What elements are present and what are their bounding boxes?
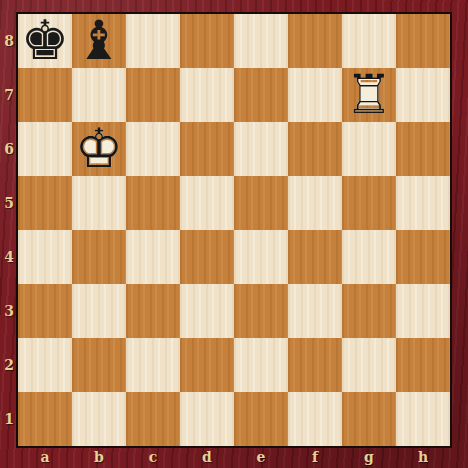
square-c4[interactable]: [126, 230, 180, 284]
white-rook-icon: ♜: [342, 68, 396, 122]
piece-white-rook-g7[interactable]: ♜♖: [342, 68, 396, 122]
square-d8[interactable]: [180, 14, 234, 68]
square-h2[interactable]: [396, 338, 450, 392]
square-f2[interactable]: [288, 338, 342, 392]
square-f8[interactable]: [288, 14, 342, 68]
square-d7[interactable]: [180, 68, 234, 122]
square-h8[interactable]: [396, 14, 450, 68]
square-e7[interactable]: [234, 68, 288, 122]
black-king-icon: ♚: [18, 14, 72, 68]
square-d5[interactable]: [180, 176, 234, 230]
square-c5[interactable]: [126, 176, 180, 230]
chess-board-frame: ♚♝♜♖♚♔ 87654321abcdefgh: [0, 0, 468, 468]
piece-black-king-a8[interactable]: ♚: [18, 14, 72, 68]
square-g2[interactable]: [342, 338, 396, 392]
rank-label-2: 2: [0, 338, 18, 392]
square-e3[interactable]: [234, 284, 288, 338]
file-label-g: g: [342, 446, 396, 468]
chess-board: ♚♝♜♖♚♔: [18, 14, 450, 446]
square-g8[interactable]: [342, 14, 396, 68]
square-b1[interactable]: [72, 392, 126, 446]
black-bishop-icon: ♝: [72, 14, 126, 68]
square-d3[interactable]: [180, 284, 234, 338]
square-d6[interactable]: [180, 122, 234, 176]
square-a3[interactable]: [18, 284, 72, 338]
square-f5[interactable]: [288, 176, 342, 230]
square-e6[interactable]: [234, 122, 288, 176]
file-label-e: e: [234, 446, 288, 468]
square-a7[interactable]: [18, 68, 72, 122]
square-h5[interactable]: [396, 176, 450, 230]
square-g7[interactable]: ♜♖: [342, 68, 396, 122]
rank-label-6: 6: [0, 122, 18, 176]
square-f3[interactable]: [288, 284, 342, 338]
piece-white-king-b6[interactable]: ♚♔: [72, 122, 126, 176]
square-b3[interactable]: [72, 284, 126, 338]
square-c7[interactable]: [126, 68, 180, 122]
square-a6[interactable]: [18, 122, 72, 176]
white-king-icon: ♚: [72, 122, 126, 176]
square-e2[interactable]: [234, 338, 288, 392]
square-b5[interactable]: [72, 176, 126, 230]
square-h3[interactable]: [396, 284, 450, 338]
rank-label-1: 1: [0, 392, 18, 446]
square-a2[interactable]: [18, 338, 72, 392]
square-g6[interactable]: [342, 122, 396, 176]
square-f7[interactable]: [288, 68, 342, 122]
file-label-f: f: [288, 446, 342, 468]
square-g4[interactable]: [342, 230, 396, 284]
rank-label-4: 4: [0, 230, 18, 284]
square-e1[interactable]: [234, 392, 288, 446]
square-a1[interactable]: [18, 392, 72, 446]
square-e8[interactable]: [234, 14, 288, 68]
square-c6[interactable]: [126, 122, 180, 176]
square-h6[interactable]: [396, 122, 450, 176]
square-a8[interactable]: ♚: [18, 14, 72, 68]
square-d1[interactable]: [180, 392, 234, 446]
square-h7[interactable]: [396, 68, 450, 122]
square-b6[interactable]: ♚♔: [72, 122, 126, 176]
square-e4[interactable]: [234, 230, 288, 284]
square-c2[interactable]: [126, 338, 180, 392]
square-a5[interactable]: [18, 176, 72, 230]
square-g1[interactable]: [342, 392, 396, 446]
square-b8[interactable]: ♝: [72, 14, 126, 68]
square-c8[interactable]: [126, 14, 180, 68]
file-label-a: a: [18, 446, 72, 468]
square-b4[interactable]: [72, 230, 126, 284]
rank-label-3: 3: [0, 284, 18, 338]
square-f4[interactable]: [288, 230, 342, 284]
square-g5[interactable]: [342, 176, 396, 230]
square-c3[interactable]: [126, 284, 180, 338]
white-king-outline-icon: ♔: [72, 122, 126, 176]
square-f6[interactable]: [288, 122, 342, 176]
rank-label-8: 8: [0, 14, 18, 68]
square-e5[interactable]: [234, 176, 288, 230]
square-d2[interactable]: [180, 338, 234, 392]
piece-black-bishop-b8[interactable]: ♝: [72, 14, 126, 68]
square-b2[interactable]: [72, 338, 126, 392]
square-h1[interactable]: [396, 392, 450, 446]
square-a4[interactable]: [18, 230, 72, 284]
white-rook-outline-icon: ♖: [342, 68, 396, 122]
file-label-b: b: [72, 446, 126, 468]
square-c1[interactable]: [126, 392, 180, 446]
rank-label-5: 5: [0, 176, 18, 230]
file-label-d: d: [180, 446, 234, 468]
square-b7[interactable]: [72, 68, 126, 122]
file-label-h: h: [396, 446, 450, 468]
square-h4[interactable]: [396, 230, 450, 284]
square-f1[interactable]: [288, 392, 342, 446]
square-d4[interactable]: [180, 230, 234, 284]
square-g3[interactable]: [342, 284, 396, 338]
file-label-c: c: [126, 446, 180, 468]
rank-label-7: 7: [0, 68, 18, 122]
